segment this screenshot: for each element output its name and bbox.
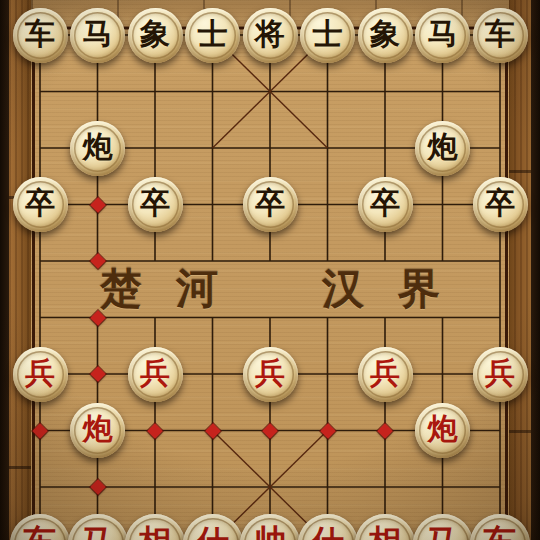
- piece-black-cannon[interactable]: 炮: [70, 121, 125, 176]
- xiangqi-app-window: 楚河 汉界 车马象士将士象马车炮炮卒卒卒卒卒兵兵兵兵兵炮炮车马相仕帅仕相马车: [0, 0, 540, 540]
- piece-glyph: 车: [484, 520, 517, 540]
- piece-glyph: 马: [426, 520, 459, 540]
- piece-glyph: 卒: [25, 183, 55, 224]
- piece-black-advisor[interactable]: 士: [185, 8, 240, 63]
- piece-glyph: 兵: [485, 353, 515, 394]
- piece-glyph: 相: [139, 520, 172, 540]
- piece-black-chariot[interactable]: 车: [13, 8, 68, 63]
- piece-black-cannon[interactable]: 炮: [415, 121, 470, 176]
- piece-glyph: 象: [370, 14, 400, 55]
- piece-black-general[interactable]: 将: [243, 8, 298, 63]
- piece-red-soldier[interactable]: 兵: [128, 347, 183, 402]
- piece-black-soldier[interactable]: 卒: [243, 177, 298, 232]
- piece-red-cannon[interactable]: 炮: [415, 403, 470, 458]
- river-label-chu-he: 楚河: [100, 266, 252, 312]
- piece-glyph: 炮: [83, 127, 113, 168]
- piece-black-advisor[interactable]: 士: [300, 8, 355, 63]
- piece-glyph: 兵: [25, 353, 55, 394]
- piece-black-horse[interactable]: 马: [415, 8, 470, 63]
- piece-glyph: 象: [140, 14, 170, 55]
- piece-red-cannon[interactable]: 炮: [70, 403, 125, 458]
- piece-red-soldier[interactable]: 兵: [473, 347, 528, 402]
- piece-glyph: 卒: [140, 183, 170, 224]
- piece-red-soldier[interactable]: 兵: [358, 347, 413, 402]
- piece-glyph: 炮: [83, 409, 113, 450]
- piece-glyph: 仕: [196, 520, 229, 540]
- piece-glyph: 兵: [255, 353, 285, 394]
- piece-glyph: 士: [313, 14, 343, 55]
- piece-glyph: 士: [198, 14, 228, 55]
- piece-glyph: 车: [24, 520, 57, 540]
- piece-black-elephant[interactable]: 象: [358, 8, 413, 63]
- piece-black-chariot[interactable]: 车: [473, 8, 528, 63]
- piece-glyph: 马: [83, 14, 113, 55]
- piece-glyph: 兵: [140, 353, 170, 394]
- piece-black-horse[interactable]: 马: [70, 8, 125, 63]
- piece-glyph: 车: [25, 14, 55, 55]
- piece-glyph: 卒: [255, 183, 285, 224]
- piece-black-soldier[interactable]: 卒: [473, 177, 528, 232]
- piece-glyph: 卒: [370, 183, 400, 224]
- piece-glyph: 兵: [370, 353, 400, 394]
- piece-black-soldier[interactable]: 卒: [128, 177, 183, 232]
- piece-red-soldier[interactable]: 兵: [243, 347, 298, 402]
- river-label-han-jie: 汉界: [322, 266, 474, 312]
- piece-glyph: 将: [255, 14, 285, 55]
- piece-glyph: 仕: [311, 520, 344, 540]
- piece-black-elephant[interactable]: 象: [128, 8, 183, 63]
- piece-glyph: 炮: [428, 127, 458, 168]
- piece-glyph: 卒: [485, 183, 515, 224]
- piece-glyph: 马: [428, 14, 458, 55]
- piece-glyph: 炮: [428, 409, 458, 450]
- piece-glyph: 帅: [254, 520, 287, 540]
- piece-black-soldier[interactable]: 卒: [358, 177, 413, 232]
- piece-red-soldier[interactable]: 兵: [13, 347, 68, 402]
- piece-glyph: 马: [81, 520, 114, 540]
- piece-glyph: 车: [485, 14, 515, 55]
- piece-black-soldier[interactable]: 卒: [13, 177, 68, 232]
- piece-glyph: 相: [369, 520, 402, 540]
